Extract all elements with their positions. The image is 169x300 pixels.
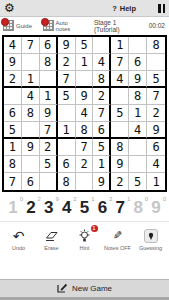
cell-r8c3[interactable]: 5 — [40, 156, 58, 173]
cell-r4c5[interactable]: 9 — [76, 88, 94, 105]
numpad-4[interactable]: 42 — [60, 199, 74, 217]
cell-r3c7[interactable]: 4 — [111, 71, 129, 88]
numpad-digit: 4 — [62, 198, 71, 217]
cell-r2c2[interactable] — [22, 54, 40, 71]
cell-r5c2[interactable]: 8 — [22, 105, 40, 122]
cell-r1c2[interactable]: 7 — [22, 37, 40, 54]
auto-notes-toggle[interactable]: Auto notes — [43, 20, 83, 32]
cell-r2c9[interactable] — [147, 54, 165, 71]
content-spacer — [0, 253, 169, 279]
timer: 00:02 — [149, 22, 165, 29]
cell-r9c9[interactable]: 1 — [147, 173, 165, 190]
numpad-remaining-count: 2 — [73, 196, 76, 202]
cell-r8c8[interactable] — [129, 156, 147, 173]
cell-r4c3[interactable]: 1 — [40, 88, 58, 105]
undo-label: Undo — [12, 245, 25, 251]
numpad-digit: 1 — [8, 198, 17, 217]
cell-r3c9[interactable]: 5 — [147, 71, 165, 88]
cell-r3c5[interactable] — [76, 71, 94, 88]
cell-r6c8[interactable]: 4 — [129, 122, 147, 139]
cell-r7c5[interactable]: 7 — [76, 139, 94, 156]
lightbulb-icon — [77, 228, 92, 243]
cell-r8c1[interactable]: 8 — [4, 156, 22, 173]
cell-r4c1[interactable] — [4, 88, 22, 105]
help-button[interactable]: ? Help — [112, 4, 136, 13]
cell-r9c4[interactable]: 8 — [58, 173, 76, 190]
auto-notes-badge-icon — [41, 18, 49, 26]
number-pad: 102239425162718090 — [0, 192, 169, 221]
cell-r2c4[interactable]: 2 — [58, 54, 76, 71]
board-area: 4769518982147621784954159287689475125718… — [0, 34, 169, 192]
cell-r5c8[interactable]: 1 — [129, 105, 147, 122]
cell-r9c2[interactable]: 6 — [22, 173, 40, 190]
cell-r6c9[interactable]: 9 — [147, 122, 165, 139]
numpad-5[interactable]: 51 — [78, 199, 92, 217]
guide-toggle[interactable]: Guide — [3, 20, 32, 31]
auto-notes-grid-icon — [43, 20, 54, 31]
info-bar: Guide Auto notes Stage 1 (Tutorial) 00:0… — [0, 17, 169, 34]
cell-r4c9[interactable]: 7 — [147, 88, 165, 105]
cell-r5c6[interactable]: 7 — [93, 105, 111, 122]
cell-r6c7[interactable] — [111, 122, 129, 139]
numpad-digit: 6 — [98, 198, 107, 217]
erase-button[interactable]: Erase — [37, 228, 67, 251]
numpad-remaining-count: 9 — [55, 196, 58, 202]
numpad-digit: 9 — [151, 198, 160, 217]
cell-r2c5[interactable]: 1 — [76, 54, 94, 71]
cell-r6c2[interactable] — [22, 122, 40, 139]
cell-r7c2[interactable]: 9 — [22, 139, 40, 156]
cell-r2c8[interactable]: 6 — [129, 54, 147, 71]
cell-r3c3[interactable] — [40, 71, 58, 88]
numpad-9[interactable]: 90 — [149, 199, 163, 217]
numpad-remaining-count: 1 — [91, 196, 94, 202]
numpad-7[interactable]: 71 — [113, 199, 127, 217]
undo-button[interactable]: ↶ Undo — [4, 228, 34, 251]
cell-r8c4[interactable]: 6 — [58, 156, 76, 173]
cell-r2c1[interactable]: 9 — [4, 54, 22, 71]
cell-r2c7[interactable]: 7 — [111, 54, 129, 71]
cell-r6c4[interactable]: 1 — [58, 122, 76, 139]
cell-r5c3[interactable]: 9 — [40, 105, 58, 122]
numpad-remaining-count: 0 — [20, 196, 23, 202]
numpad-digit: 8 — [133, 198, 142, 217]
cell-r9c7[interactable]: 2 — [111, 173, 129, 190]
toolbar: ↶ Undo Erase 1 Hint ✎ Notes OFF — [0, 221, 169, 253]
cell-r6c3[interactable]: 7 — [40, 122, 58, 139]
cell-r5c7[interactable]: 5 — [111, 105, 129, 122]
numpad-remaining-count: 0 — [163, 196, 166, 202]
cell-r6c1[interactable]: 5 — [4, 122, 22, 139]
guessing-button[interactable]: Guessing — [136, 228, 166, 251]
new-game-label: New Game — [72, 284, 112, 293]
guide-label: Guide — [16, 23, 32, 29]
undo-icon: ↶ — [13, 228, 25, 243]
guessing-label: Guessing — [139, 245, 162, 251]
numpad-digit: 2 — [26, 198, 35, 217]
cell-r4c7[interactable] — [111, 88, 129, 105]
cell-r5c4[interactable] — [58, 105, 76, 122]
cell-r3c1[interactable]: 2 — [4, 71, 22, 88]
new-game-button[interactable]: New Game — [0, 279, 169, 300]
numpad-2[interactable]: 22 — [24, 199, 38, 217]
cell-r4c2[interactable]: 4 — [22, 88, 40, 105]
settings-gear-icon[interactable]: ⚙ — [4, 2, 15, 14]
cell-r9c1[interactable]: 7 — [4, 173, 22, 190]
cell-r8c2[interactable] — [22, 156, 40, 173]
cell-r1c8[interactable] — [129, 37, 147, 54]
cell-r3c4[interactable]: 7 — [58, 71, 76, 88]
cell-r8c7[interactable]: 9 — [111, 156, 129, 173]
cell-r4c6[interactable]: 2 — [93, 88, 111, 105]
cell-r3c8[interactable]: 9 — [129, 71, 147, 88]
cell-r5c5[interactable]: 4 — [76, 105, 94, 122]
hint-badge: 1 — [91, 225, 98, 232]
cell-r4c4[interactable]: 5 — [58, 88, 76, 105]
numpad-digit: 3 — [44, 198, 53, 217]
cell-r2c6[interactable]: 4 — [93, 54, 111, 71]
numpad-6[interactable]: 62 — [95, 199, 109, 217]
cell-r3c2[interactable]: 1 — [22, 71, 40, 88]
cell-r5c1[interactable]: 6 — [4, 105, 22, 122]
cell-r1c4[interactable]: 9 — [58, 37, 76, 54]
cell-r1c7[interactable]: 1 — [111, 37, 129, 54]
numpad-remaining-count: 2 — [38, 196, 41, 202]
pause-bar-icon — [163, 4, 166, 13]
cell-r4c8[interactable]: 8 — [129, 88, 147, 105]
sudoku-app: { "game": "Sudoku", "position": "4769501… — [0, 0, 169, 300]
notes-label: Notes OFF — [104, 245, 131, 251]
erase-label: Erase — [44, 245, 58, 251]
cell-r9c8[interactable]: 5 — [129, 173, 147, 190]
numpad-remaining-count: 2 — [109, 196, 112, 202]
numpad-digit: 7 — [116, 198, 125, 217]
notes-toggle-button[interactable]: ✎ Notes OFF — [103, 228, 133, 251]
cell-r9c6[interactable]: 9 — [93, 173, 111, 190]
cell-r1c9[interactable]: 8 — [147, 37, 165, 54]
numpad-remaining-count: 0 — [145, 196, 148, 202]
pen-nib-icon — [144, 228, 158, 243]
pause-bar-icon — [158, 4, 161, 13]
cell-r8c5[interactable]: 2 — [76, 156, 94, 173]
cell-r2c3[interactable]: 8 — [40, 54, 58, 71]
cell-r1c3[interactable]: 6 — [40, 37, 58, 54]
pause-button[interactable] — [158, 4, 165, 13]
cell-r5c9[interactable]: 2 — [147, 105, 165, 122]
stage-label: Stage 1 (Tutorial) — [94, 19, 142, 33]
cell-r7c4[interactable] — [58, 139, 76, 156]
cell-r3c6[interactable]: 8 — [93, 71, 111, 88]
pencil-icon: ✎ — [113, 228, 122, 243]
cell-r6c5[interactable]: 8 — [76, 122, 94, 139]
cell-r7c9[interactable]: 6 — [147, 139, 165, 156]
numpad-1[interactable]: 10 — [6, 199, 20, 217]
numpad-8[interactable]: 80 — [131, 199, 145, 217]
cell-r1c6[interactable] — [93, 37, 111, 54]
guide-grid-icon — [3, 20, 14, 31]
cell-r7c3[interactable]: 2 — [40, 139, 58, 156]
hint-label: Hint — [80, 245, 90, 251]
cell-r1c1[interactable]: 4 — [4, 37, 22, 54]
help-label: Help — [120, 4, 136, 13]
new-game-icon — [57, 282, 68, 295]
cell-r7c8[interactable] — [129, 139, 147, 156]
cell-r7c7[interactable]: 8 — [111, 139, 129, 156]
cell-r6c6[interactable]: 6 — [93, 122, 111, 139]
cell-r9c5[interactable] — [76, 173, 94, 190]
cell-r9c3[interactable] — [40, 173, 58, 190]
guide-badge-icon — [1, 18, 9, 26]
question-mark-icon: ? — [112, 4, 117, 13]
cell-r7c1[interactable]: 1 — [4, 139, 22, 156]
numpad-remaining-count: 1 — [127, 196, 130, 202]
top-bar: ⚙ ? Help — [0, 0, 169, 17]
cell-r8c6[interactable]: 1 — [93, 156, 111, 173]
auto-notes-label: Auto notes — [56, 20, 83, 32]
eraser-icon — [45, 228, 59, 243]
cell-r1c5[interactable]: 5 — [76, 37, 94, 54]
sudoku-grid: 4769518982147621784954159287689475125718… — [2, 35, 167, 192]
numpad-digit: 5 — [80, 198, 89, 217]
numpad-3[interactable]: 39 — [42, 199, 56, 217]
hint-button[interactable]: 1 Hint — [70, 228, 100, 251]
cell-r8c9[interactable]: 4 — [147, 156, 165, 173]
cell-r7c6[interactable]: 5 — [93, 139, 111, 156]
